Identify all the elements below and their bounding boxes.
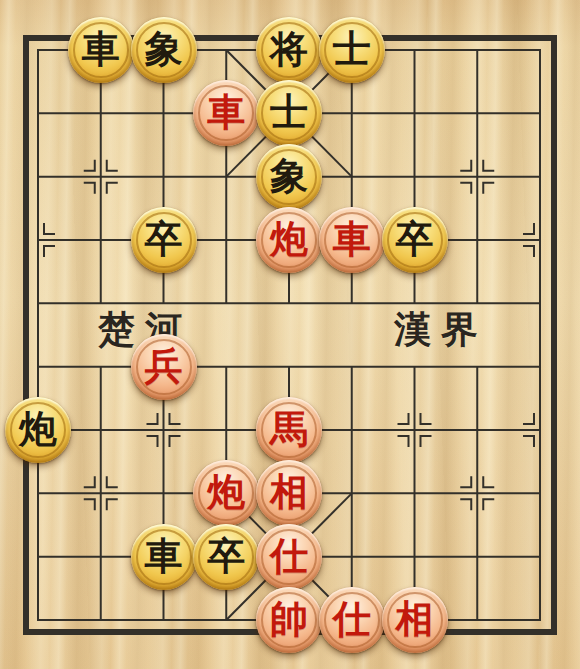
piece-red-advisor[interactable]: 仕 bbox=[319, 587, 385, 653]
piece-character: 馬 bbox=[270, 410, 308, 448]
piece-red-elephant[interactable]: 相 bbox=[256, 460, 322, 526]
piece-character: 卒 bbox=[145, 220, 183, 258]
piece-character: 車 bbox=[145, 537, 183, 575]
piece-red-soldier[interactable]: 兵 bbox=[131, 334, 197, 400]
piece-character: 将 bbox=[270, 30, 308, 68]
piece-character: 卒 bbox=[207, 537, 245, 575]
piece-character: 車 bbox=[207, 93, 245, 131]
piece-red-advisor[interactable]: 仕 bbox=[256, 524, 322, 590]
piece-red-elephant[interactable]: 相 bbox=[382, 587, 448, 653]
piece-character: 炮 bbox=[270, 220, 308, 258]
piece-character: 象 bbox=[145, 30, 183, 68]
piece-black-cannon[interactable]: 炮 bbox=[5, 397, 71, 463]
piece-black-elephant[interactable]: 象 bbox=[131, 17, 197, 83]
piece-character: 卒 bbox=[396, 220, 434, 258]
piece-red-cannon[interactable]: 炮 bbox=[256, 207, 322, 273]
piece-character: 兵 bbox=[145, 347, 183, 385]
xiangqi-board-app: 楚河 漢界 車象将士車士象卒炮車卒兵炮馬炮相車卒仕帥仕相 bbox=[0, 0, 580, 669]
piece-character: 炮 bbox=[19, 410, 57, 448]
piece-character: 車 bbox=[333, 220, 371, 258]
piece-black-general[interactable]: 将 bbox=[256, 17, 322, 83]
piece-character: 仕 bbox=[270, 537, 308, 575]
piece-red-horse[interactable]: 馬 bbox=[256, 397, 322, 463]
piece-character: 帥 bbox=[270, 600, 308, 638]
piece-red-cannon[interactable]: 炮 bbox=[193, 460, 259, 526]
piece-black-advisor[interactable]: 士 bbox=[319, 17, 385, 83]
piece-character: 仕 bbox=[333, 600, 371, 638]
piece-red-chariot[interactable]: 車 bbox=[319, 207, 385, 273]
piece-character: 象 bbox=[270, 157, 308, 195]
piece-red-chariot[interactable]: 車 bbox=[193, 80, 259, 146]
board-pieces: 車象将士車士象卒炮車卒兵炮馬炮相車卒仕帥仕相 bbox=[0, 0, 580, 669]
piece-black-chariot[interactable]: 車 bbox=[131, 524, 197, 590]
piece-red-general[interactable]: 帥 bbox=[256, 587, 322, 653]
piece-black-soldier[interactable]: 卒 bbox=[193, 524, 259, 590]
piece-character: 炮 bbox=[207, 473, 245, 511]
piece-character: 士 bbox=[270, 93, 308, 131]
piece-black-soldier[interactable]: 卒 bbox=[131, 207, 197, 273]
piece-character: 士 bbox=[333, 30, 371, 68]
piece-black-advisor[interactable]: 士 bbox=[256, 80, 322, 146]
piece-black-soldier[interactable]: 卒 bbox=[382, 207, 448, 273]
piece-character: 相 bbox=[396, 600, 434, 638]
piece-black-elephant[interactable]: 象 bbox=[256, 144, 322, 210]
piece-character: 車 bbox=[82, 30, 120, 68]
piece-character: 相 bbox=[270, 473, 308, 511]
piece-black-chariot[interactable]: 車 bbox=[68, 17, 134, 83]
